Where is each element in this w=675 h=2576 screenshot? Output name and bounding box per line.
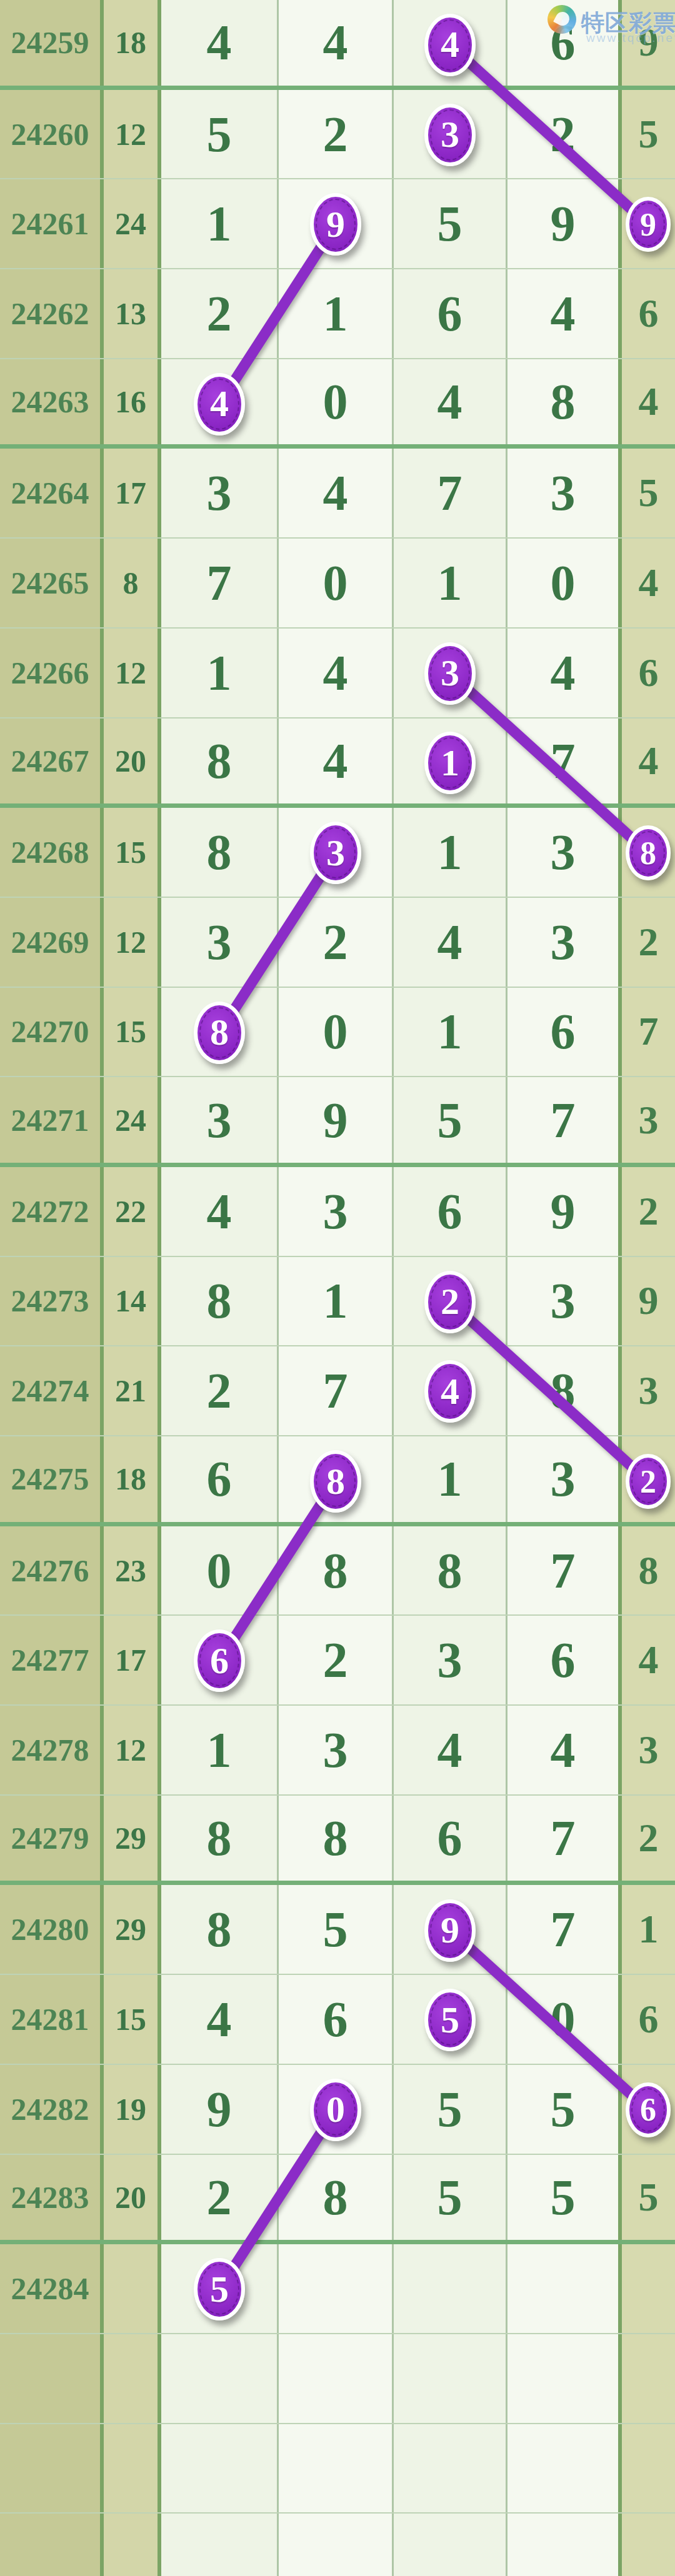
circled-digit: 3 — [310, 822, 361, 884]
circled-digit: 1 — [424, 732, 476, 794]
circled-digit-value: 9 — [441, 1909, 459, 1952]
circled-digit-value: 1 — [441, 742, 459, 785]
circled-digit-value: 9 — [326, 203, 345, 246]
circled-digit-value: 3 — [441, 652, 459, 695]
trend-line — [219, 224, 336, 404]
circled-digit-value: 8 — [326, 1460, 345, 1503]
circled-digit-value: 4 — [441, 23, 459, 66]
circled-digit-value: 5 — [441, 1999, 459, 2042]
circled-digit: 8 — [626, 825, 671, 880]
circled-digit-value: 4 — [210, 382, 229, 425]
circled-digit: 4 — [424, 14, 476, 76]
trend-line — [450, 1931, 648, 2110]
trend-line — [450, 1302, 648, 1481]
circled-digit-value: 2 — [640, 1463, 656, 1500]
circled-digit: 9 — [310, 193, 361, 256]
circled-digit-value: 3 — [326, 832, 345, 875]
circled-digit-value: 0 — [326, 2088, 345, 2131]
circled-digit-value: 8 — [640, 835, 656, 872]
trend-line — [450, 45, 648, 224]
circled-digit: 5 — [424, 1989, 476, 2051]
circled-digit: 6 — [626, 2082, 671, 2137]
circled-digit: 4 — [424, 1360, 476, 1423]
trend-line — [219, 853, 336, 1032]
circled-digit-value: 3 — [441, 113, 459, 156]
circled-digit-value: 6 — [210, 1639, 229, 1683]
circled-digit-value: 4 — [441, 1370, 459, 1413]
circled-digit: 2 — [424, 1271, 476, 1333]
circled-digit: 4 — [194, 373, 245, 435]
circled-digit: 0 — [310, 2079, 361, 2141]
circled-digit: 3 — [424, 104, 476, 166]
circled-digit: 6 — [194, 1629, 245, 1692]
circled-digit-value: 8 — [210, 1011, 229, 1054]
circled-digit: 3 — [424, 642, 476, 705]
lottery-trend-chart: 2425918446924260125225242612415924262132… — [0, 0, 675, 2576]
circled-digit: 8 — [310, 1450, 361, 1513]
circled-digit: 9 — [424, 1899, 476, 1962]
circled-digit-value: 5 — [210, 2268, 229, 2311]
circled-digit: 5 — [194, 2258, 245, 2320]
trend-line — [219, 2110, 336, 2289]
circled-digit-value: 6 — [640, 2091, 656, 2128]
circled-digit-value: 2 — [441, 1280, 459, 1323]
circled-digit: 2 — [626, 1454, 671, 1509]
trend-line — [219, 1481, 336, 1661]
circled-digit-value: 9 — [640, 206, 656, 243]
trend-lines-overlay — [0, 0, 675, 2576]
circled-digit: 9 — [626, 197, 671, 252]
circled-digit: 8 — [194, 1002, 245, 1064]
trend-line — [450, 674, 648, 853]
